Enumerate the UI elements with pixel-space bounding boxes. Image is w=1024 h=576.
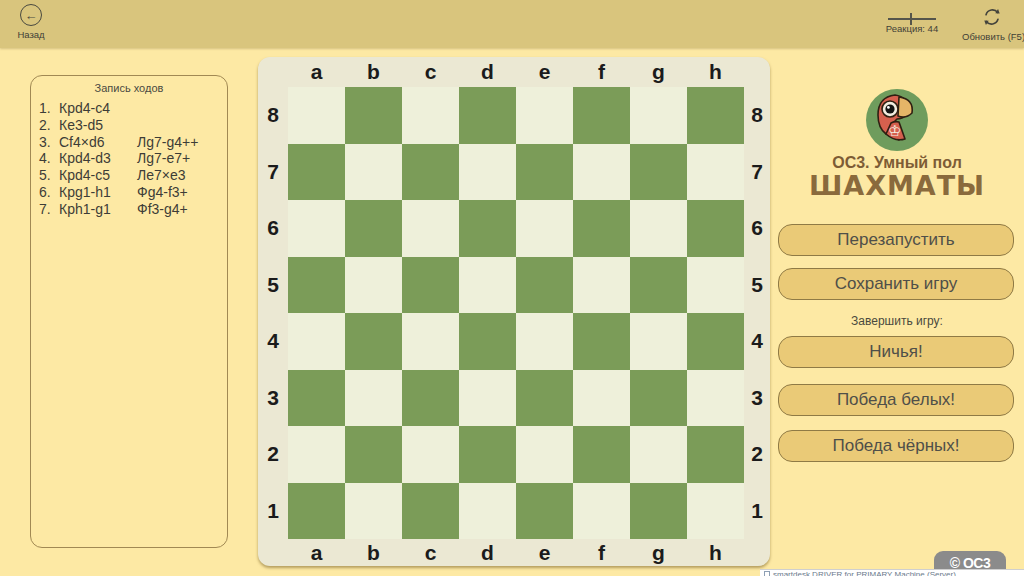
square-g6[interactable] — [630, 200, 687, 257]
chess-piece-glyph: ♔ — [888, 122, 901, 140]
corner — [258, 539, 288, 566]
square-a5[interactable] — [288, 257, 345, 314]
rank-label-left-5: 5 — [258, 257, 288, 314]
move-row: 4.Крd4-d3Лg7-e7+ — [35, 150, 223, 167]
draw-button[interactable]: Ничья! — [778, 336, 1014, 368]
square-f5[interactable] — [573, 257, 630, 314]
square-g4[interactable] — [630, 313, 687, 370]
square-g2[interactable] — [630, 426, 687, 483]
file-label-top-h: h — [687, 57, 744, 87]
square-e2[interactable] — [516, 426, 573, 483]
move-record-panel: Запись ходов 1.Крd4-c42.Ке3-d53.Сf4×d6Лg… — [30, 75, 228, 548]
reaction-slider[interactable] — [888, 18, 936, 20]
refresh-icon — [981, 6, 1003, 28]
file-label-bottom-d: d — [459, 539, 516, 566]
square-a8[interactable] — [288, 87, 345, 144]
square-f8[interactable] — [573, 87, 630, 144]
move-list: 1.Крd4-c42.Ке3-d53.Сf4×d6Лg7-g4++4.Крd4-… — [35, 100, 223, 218]
square-a6[interactable] — [288, 200, 345, 257]
square-b6[interactable] — [345, 200, 402, 257]
square-d7[interactable] — [459, 144, 516, 201]
square-b1[interactable] — [345, 483, 402, 540]
right-panel: ♔ ОС3. Умный пол Шахматы Перезапустить С… — [770, 48, 1024, 576]
square-f7[interactable] — [573, 144, 630, 201]
rank-label-right-8: 8 — [744, 87, 770, 144]
taskbar-text: smartdesk DRIVER for PRIMARY Machine (Se… — [773, 570, 956, 576]
move-row: 5.Крd4-c5Ле7×e3 — [35, 167, 223, 184]
square-c1[interactable] — [402, 483, 459, 540]
square-d1[interactable] — [459, 483, 516, 540]
rank-label-right-7: 7 — [744, 144, 770, 201]
square-d3[interactable] — [459, 370, 516, 427]
square-c6[interactable] — [402, 200, 459, 257]
square-h5[interactable] — [687, 257, 744, 314]
move-row: 7.Крh1-g1Фf3-g4+ — [35, 201, 223, 218]
square-c5[interactable] — [402, 257, 459, 314]
square-a1[interactable] — [288, 483, 345, 540]
square-d2[interactable] — [459, 426, 516, 483]
save-game-button-label: Сохранить игру — [835, 274, 958, 294]
file-label-bottom-h: h — [687, 539, 744, 566]
square-g5[interactable] — [630, 257, 687, 314]
top-bar: ← Назад Реакция: 44 Обновить (F5) — [0, 0, 1024, 48]
back-label: Назад — [8, 29, 54, 40]
draw-button-label: Ничья! — [869, 342, 922, 362]
square-f3[interactable] — [573, 370, 630, 427]
save-game-button[interactable]: Сохранить игру — [778, 268, 1014, 300]
rank-label-right-4: 4 — [744, 313, 770, 370]
square-e7[interactable] — [516, 144, 573, 201]
rank-label-left-7: 7 — [258, 144, 288, 201]
square-h6[interactable] — [687, 200, 744, 257]
square-g3[interactable] — [630, 370, 687, 427]
back-button[interactable]: ← Назад — [8, 4, 54, 40]
square-h4[interactable] — [687, 313, 744, 370]
restart-button[interactable]: Перезапустить — [778, 224, 1014, 256]
square-e6[interactable] — [516, 200, 573, 257]
rank-label-left-1: 1 — [258, 483, 288, 540]
back-arrow-icon: ← — [20, 4, 42, 26]
square-d8[interactable] — [459, 87, 516, 144]
file-label-top-d: d — [459, 57, 516, 87]
square-e5[interactable] — [516, 257, 573, 314]
rank-label-right-6: 6 — [744, 200, 770, 257]
taskbar-window-strip[interactable]: smartdesk DRIVER for PRIMARY Machine (Se… — [760, 569, 1024, 576]
square-h7[interactable] — [687, 144, 744, 201]
refresh-label: Обновить (F5) — [962, 31, 1022, 42]
brand-line2: Шахматы — [770, 170, 1024, 201]
rank-label-left-3: 3 — [258, 370, 288, 427]
rank-label-left-4: 4 — [258, 313, 288, 370]
square-d6[interactable] — [459, 200, 516, 257]
square-c4[interactable] — [402, 313, 459, 370]
file-label-bottom-g: g — [630, 539, 687, 566]
square-a3[interactable] — [288, 370, 345, 427]
square-a4[interactable] — [288, 313, 345, 370]
square-b3[interactable] — [345, 370, 402, 427]
square-h8[interactable] — [687, 87, 744, 144]
move-row: 1.Крd4-c4 — [35, 100, 223, 117]
file-label-top-e: e — [516, 57, 573, 87]
square-a2[interactable] — [288, 426, 345, 483]
square-e1[interactable] — [516, 483, 573, 540]
reaction-label: Реакция: 44 — [880, 23, 944, 34]
square-h2[interactable] — [687, 426, 744, 483]
rank-label-right-5: 5 — [744, 257, 770, 314]
file-label-bottom-c: c — [402, 539, 459, 566]
square-h1[interactable] — [687, 483, 744, 540]
rank-label-left-8: 8 — [258, 87, 288, 144]
square-h3[interactable] — [687, 370, 744, 427]
square-c2[interactable] — [402, 426, 459, 483]
square-b4[interactable] — [345, 313, 402, 370]
white-wins-button-label: Победа белых! — [837, 390, 955, 410]
square-e3[interactable] — [516, 370, 573, 427]
corner — [744, 539, 770, 566]
square-f1[interactable] — [573, 483, 630, 540]
square-e4[interactable] — [516, 313, 573, 370]
reaction-control: Реакция: 44 — [880, 12, 944, 34]
square-g1[interactable] — [630, 483, 687, 540]
rank-label-left-2: 2 — [258, 426, 288, 483]
square-d4[interactable] — [459, 313, 516, 370]
square-b7[interactable] — [345, 144, 402, 201]
file-label-top-c: c — [402, 57, 459, 87]
rank-label-right-1: 1 — [744, 483, 770, 540]
square-c7[interactable] — [402, 144, 459, 201]
square-b8[interactable] — [345, 87, 402, 144]
square-b5[interactable] — [345, 257, 402, 314]
square-f6[interactable] — [573, 200, 630, 257]
reaction-slider-thumb[interactable] — [910, 13, 912, 25]
rank-label-right-2: 2 — [744, 426, 770, 483]
chess-board: abcdefgh8877665544332211abcdefgh — [258, 57, 770, 566]
square-e8[interactable] — [516, 87, 573, 144]
finish-game-label: Завершить игру: — [770, 314, 1024, 328]
corner — [258, 57, 288, 87]
move-row: 6.Крg1-h1Фg4-f3+ — [35, 184, 223, 201]
file-label-top-b: b — [345, 57, 402, 87]
square-f2[interactable] — [573, 426, 630, 483]
white-wins-button[interactable]: Победа белых! — [778, 384, 1014, 416]
move-row: 3.Сf4×d6Лg7-g4++ — [35, 134, 223, 151]
square-a7[interactable] — [288, 144, 345, 201]
file-label-top-f: f — [573, 57, 630, 87]
file-label-bottom-b: b — [345, 539, 402, 566]
file-label-bottom-f: f — [573, 539, 630, 566]
black-wins-button-label: Победа чёрных! — [833, 436, 960, 456]
square-c3[interactable] — [402, 370, 459, 427]
square-g7[interactable] — [630, 144, 687, 201]
file-label-bottom-e: e — [516, 539, 573, 566]
black-wins-button[interactable]: Победа чёрных! — [778, 430, 1014, 462]
square-g8[interactable] — [630, 87, 687, 144]
square-b2[interactable] — [345, 426, 402, 483]
corner — [744, 57, 770, 87]
square-f4[interactable] — [573, 313, 630, 370]
square-c8[interactable] — [402, 87, 459, 144]
rank-label-right-3: 3 — [744, 370, 770, 427]
file-label-bottom-a: a — [288, 539, 345, 566]
move-record-title: Запись ходов — [35, 82, 223, 94]
rank-label-left-6: 6 — [258, 200, 288, 257]
move-row: 2.Ке3-d5 — [35, 117, 223, 134]
file-label-top-g: g — [630, 57, 687, 87]
restart-button-label: Перезапустить — [837, 230, 954, 250]
square-d5[interactable] — [459, 257, 516, 314]
parrot-logo: ♔ — [865, 88, 929, 152]
file-label-top-a: a — [288, 57, 345, 87]
window-icon — [764, 571, 770, 576]
refresh-button[interactable]: Обновить (F5) — [962, 4, 1022, 42]
